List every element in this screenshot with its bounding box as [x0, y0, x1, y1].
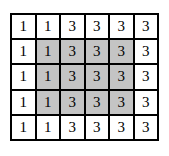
grid-cell: 3 [61, 65, 84, 88]
grid-cell: 3 [61, 116, 84, 139]
grid-cell: 1 [37, 65, 60, 88]
grid-cell: 3 [61, 15, 84, 38]
grid-cell: 1 [12, 116, 35, 139]
grid-cell: 1 [37, 15, 60, 38]
grid-cell: 1 [37, 116, 60, 139]
grid-cell: 3 [135, 65, 158, 88]
grid-cell: 3 [86, 65, 109, 88]
grid-cell: 3 [110, 40, 133, 63]
grid-cell: 3 [110, 91, 133, 114]
grid-cell: 3 [110, 15, 133, 38]
grid-cell: 3 [86, 40, 109, 63]
number-grid: 113333113333113333113333113333 [10, 13, 159, 141]
grid-cell: 1 [12, 15, 35, 38]
grid-cell: 1 [12, 40, 35, 63]
grid-cell: 3 [86, 116, 109, 139]
grid-cell: 3 [135, 116, 158, 139]
grid-cell: 1 [12, 65, 35, 88]
grid-cell: 1 [37, 40, 60, 63]
grid-cell: 3 [110, 116, 133, 139]
grid-cell: 1 [12, 91, 35, 114]
grid-cell: 3 [61, 91, 84, 114]
grid-cell: 3 [135, 40, 158, 63]
grid-cell: 3 [86, 15, 109, 38]
grid-cell: 3 [86, 91, 109, 114]
grid-cell: 3 [110, 65, 133, 88]
grid-cell: 3 [61, 40, 84, 63]
grid-cell: 3 [135, 91, 158, 114]
grid-cell: 1 [37, 91, 60, 114]
grid-cell: 3 [135, 15, 158, 38]
